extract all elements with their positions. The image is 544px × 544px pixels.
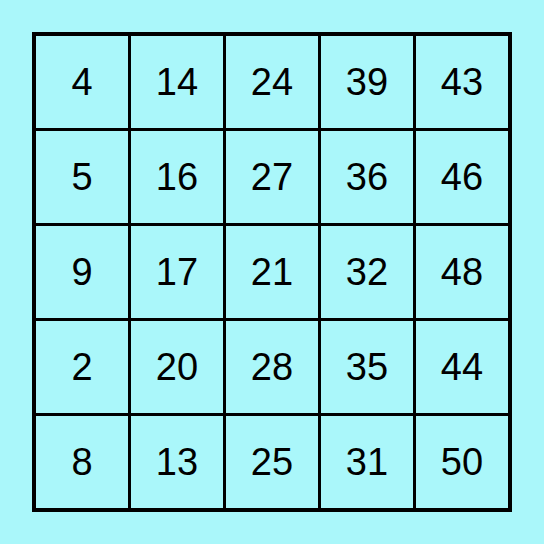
grid-cell-r2c2[interactable]: 16	[131, 131, 223, 223]
grid-cell-r5c5[interactable]: 50	[416, 416, 508, 508]
grid-cell-r1c4[interactable]: 39	[321, 36, 413, 128]
grid-cell-r2c5[interactable]: 46	[416, 131, 508, 223]
bingo-board: 4142439435162736469172132482202835448132…	[32, 32, 512, 512]
grid-cell-r3c5[interactable]: 48	[416, 226, 508, 318]
grid-cell-r4c2[interactable]: 20	[131, 321, 223, 413]
grid-cell-r1c3[interactable]: 24	[226, 36, 318, 128]
grid-cell-r3c4[interactable]: 32	[321, 226, 413, 318]
grid-cell-r1c2[interactable]: 14	[131, 36, 223, 128]
grid-cell-r2c4[interactable]: 36	[321, 131, 413, 223]
grid-cell-r2c3[interactable]: 27	[226, 131, 318, 223]
grid-cell-r4c4[interactable]: 35	[321, 321, 413, 413]
grid-cell-r4c5[interactable]: 44	[416, 321, 508, 413]
grid-cell-r5c2[interactable]: 13	[131, 416, 223, 508]
grid-cell-r2c1[interactable]: 5	[36, 131, 128, 223]
grid-cell-r3c1[interactable]: 9	[36, 226, 128, 318]
grid-cell-r1c5[interactable]: 43	[416, 36, 508, 128]
grid-cell-r3c2[interactable]: 17	[131, 226, 223, 318]
grid-cell-r5c1[interactable]: 8	[36, 416, 128, 508]
grid-cell-r4c3[interactable]: 28	[226, 321, 318, 413]
grid-cell-r5c3[interactable]: 25	[226, 416, 318, 508]
grid-cell-r5c4[interactable]: 31	[321, 416, 413, 508]
grid-cell-r3c3[interactable]: 21	[226, 226, 318, 318]
grid-cell-r1c1[interactable]: 4	[36, 36, 128, 128]
grid-cell-r4c1[interactable]: 2	[36, 321, 128, 413]
